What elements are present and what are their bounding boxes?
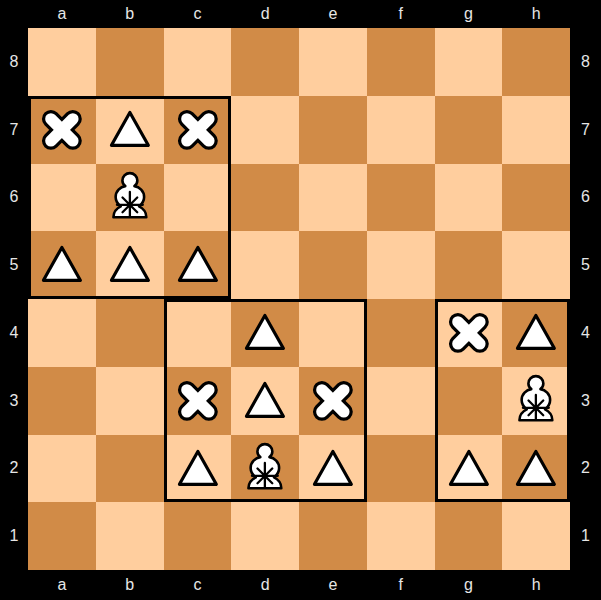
x-capture-icon (435, 299, 503, 367)
triangle-move-icon (435, 435, 503, 503)
file-label-bottom-a: a (28, 570, 96, 600)
square-b4[interactable] (96, 299, 164, 367)
triangle-move-icon (164, 231, 232, 299)
capture-marker-e3 (299, 367, 367, 435)
x-capture-icon (164, 96, 232, 164)
square-f6[interactable] (367, 164, 435, 232)
triangle-move-icon (164, 435, 232, 503)
triangle-move-icon (96, 231, 164, 299)
square-f4[interactable] (367, 299, 435, 367)
square-b8[interactable] (96, 28, 164, 96)
triangle-move-icon (96, 96, 164, 164)
rank-label-right-8: 8 (570, 28, 601, 96)
file-label-top-h: h (502, 0, 570, 28)
square-g6[interactable] (435, 164, 503, 232)
file-label-bottom-h: h (502, 570, 570, 600)
white-star-pawn-b6[interactable] (96, 164, 164, 232)
square-g5[interactable] (435, 231, 503, 299)
move-marker-b7 (96, 96, 164, 164)
file-label-top-e: e (299, 0, 367, 28)
square-g7[interactable] (435, 96, 503, 164)
chessboard-diagram: aabbccddeeffgghh8877665544332211 (0, 0, 601, 600)
square-f2[interactable] (367, 435, 435, 503)
file-label-bottom-e: e (299, 570, 367, 600)
square-b3[interactable] (96, 367, 164, 435)
square-e5[interactable] (299, 231, 367, 299)
star-pawn-icon (231, 435, 299, 503)
square-a2[interactable] (28, 435, 96, 503)
move-marker-b5 (96, 231, 164, 299)
square-c1[interactable] (164, 502, 232, 570)
square-h7[interactable] (502, 96, 570, 164)
square-e7[interactable] (299, 96, 367, 164)
triangle-move-icon (299, 435, 367, 503)
triangle-move-icon (28, 231, 96, 299)
file-label-bottom-c: c (164, 570, 232, 600)
square-e6[interactable] (299, 164, 367, 232)
file-label-bottom-d: d (231, 570, 299, 600)
triangle-move-icon (502, 299, 570, 367)
file-label-top-a: a (28, 0, 96, 28)
square-a3[interactable] (28, 367, 96, 435)
capture-marker-c7 (164, 96, 232, 164)
triangle-move-icon (502, 435, 570, 503)
square-c4[interactable] (164, 299, 232, 367)
square-f3[interactable] (367, 367, 435, 435)
triangle-move-icon (231, 367, 299, 435)
star-pawn-icon (96, 164, 164, 232)
file-label-bottom-f: f (367, 570, 435, 600)
rank-label-right-4: 4 (570, 299, 601, 367)
move-marker-d4 (231, 299, 299, 367)
file-label-top-f: f (367, 0, 435, 28)
rank-label-left-6: 6 (0, 164, 28, 232)
x-capture-icon (164, 367, 232, 435)
white-star-pawn-d2[interactable] (231, 435, 299, 503)
square-e4[interactable] (299, 299, 367, 367)
capture-marker-c3 (164, 367, 232, 435)
move-marker-h4 (502, 299, 570, 367)
star-pawn-icon (502, 367, 570, 435)
file-label-top-d: d (231, 0, 299, 28)
triangle-move-icon (231, 299, 299, 367)
square-d5[interactable] (231, 231, 299, 299)
square-f7[interactable] (367, 96, 435, 164)
x-capture-icon (299, 367, 367, 435)
square-h5[interactable] (502, 231, 570, 299)
move-marker-g2 (435, 435, 503, 503)
square-f8[interactable] (367, 28, 435, 96)
square-b2[interactable] (96, 435, 164, 503)
file-label-top-c: c (164, 0, 232, 28)
square-e1[interactable] (299, 502, 367, 570)
square-b1[interactable] (96, 502, 164, 570)
rank-label-right-5: 5 (570, 231, 601, 299)
file-label-bottom-b: b (96, 570, 164, 600)
rank-label-left-7: 7 (0, 96, 28, 164)
square-e8[interactable] (299, 28, 367, 96)
move-marker-c5 (164, 231, 232, 299)
rank-label-left-3: 3 (0, 367, 28, 435)
square-h6[interactable] (502, 164, 570, 232)
square-c8[interactable] (164, 28, 232, 96)
square-g3[interactable] (435, 367, 503, 435)
rank-label-right-6: 6 (570, 164, 601, 232)
square-a6[interactable] (28, 164, 96, 232)
move-marker-d3 (231, 367, 299, 435)
move-marker-a5 (28, 231, 96, 299)
capture-marker-a7 (28, 96, 96, 164)
move-marker-c2 (164, 435, 232, 503)
file-label-bottom-g: g (435, 570, 503, 600)
square-a1[interactable] (28, 502, 96, 570)
square-d1[interactable] (231, 502, 299, 570)
capture-marker-g4 (435, 299, 503, 367)
board (28, 28, 570, 570)
square-d6[interactable] (231, 164, 299, 232)
rank-label-right-1: 1 (570, 502, 601, 570)
rank-label-left-5: 5 (0, 231, 28, 299)
rank-label-left-8: 8 (0, 28, 28, 96)
file-label-top-b: b (96, 0, 164, 28)
rank-label-right-3: 3 (570, 367, 601, 435)
square-d8[interactable] (231, 28, 299, 96)
x-capture-icon (28, 96, 96, 164)
rank-label-left-4: 4 (0, 299, 28, 367)
square-f5[interactable] (367, 231, 435, 299)
square-h1[interactable] (502, 502, 570, 570)
white-star-pawn-h3[interactable] (502, 367, 570, 435)
square-h8[interactable] (502, 28, 570, 96)
square-a4[interactable] (28, 299, 96, 367)
rank-label-right-2: 2 (570, 435, 601, 503)
square-a8[interactable] (28, 28, 96, 96)
file-label-top-g: g (435, 0, 503, 28)
square-g8[interactable] (435, 28, 503, 96)
rank-label-left-1: 1 (0, 502, 28, 570)
square-g1[interactable] (435, 502, 503, 570)
move-marker-e2 (299, 435, 367, 503)
rank-label-right-7: 7 (570, 96, 601, 164)
rank-label-left-2: 2 (0, 435, 28, 503)
square-d7[interactable] (231, 96, 299, 164)
move-marker-h2 (502, 435, 570, 503)
square-f1[interactable] (367, 502, 435, 570)
square-c6[interactable] (164, 164, 232, 232)
